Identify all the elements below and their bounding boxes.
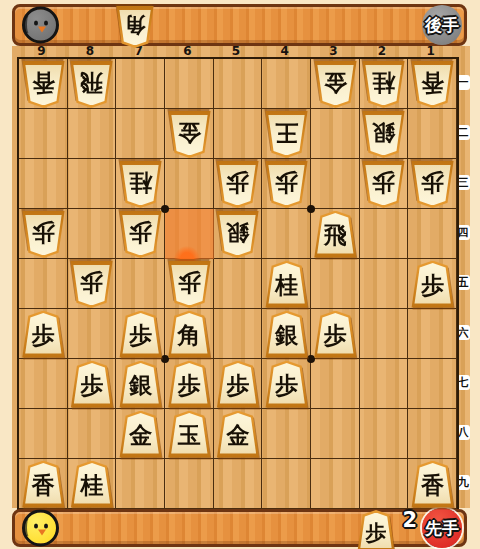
piece-kanji: 桂 (70, 461, 113, 508)
square-3-9[interactable] (311, 459, 360, 509)
sente-avatar-icon (22, 510, 59, 547)
piece-飛-gote[interactable]: 飛 (70, 61, 113, 108)
piece-kanji: 歩 (70, 361, 113, 408)
piece-kanji: 歩 (314, 311, 357, 358)
square-5-6[interactable] (214, 309, 263, 359)
piece-kanji: 歩 (22, 211, 65, 258)
avatar-eye (44, 524, 48, 529)
square-1-9[interactable]: 香 (408, 459, 457, 509)
square-2-5[interactable] (360, 259, 409, 309)
piece-銀-sente[interactable]: 銀 (265, 311, 308, 358)
piece-kanji: 桂 (265, 261, 308, 308)
piece-香-gote[interactable]: 香 (411, 61, 454, 108)
square-2-4[interactable] (360, 209, 409, 259)
piece-飛-sente[interactable]: 飛 (314, 211, 357, 258)
square-7-9[interactable] (116, 459, 165, 509)
square-2-2[interactable]: 銀 (360, 109, 409, 159)
piece-kanji: 歩 (357, 510, 395, 549)
piece-kanji: 銀 (119, 361, 162, 408)
sente-side-badge: 先手 (422, 508, 462, 548)
piece-銀-gote[interactable]: 銀 (216, 211, 259, 258)
piece-歩-sente[interactable]: 歩 (265, 361, 308, 408)
square-2-8[interactable] (360, 409, 409, 459)
square-2-7[interactable] (360, 359, 409, 409)
piece-歩-gote[interactable]: 歩 (70, 261, 113, 308)
square-4-6[interactable]: 銀 (262, 309, 311, 359)
piece-玉-sente[interactable]: 玉 (168, 411, 211, 458)
file-coordinate-labels: 987654321 (17, 45, 455, 57)
square-5-3[interactable]: 歩 (214, 159, 263, 209)
piece-kanji: 歩 (168, 261, 211, 308)
piece-kanji: 歩 (216, 161, 259, 208)
square-1-7[interactable] (408, 359, 457, 409)
sente-player-bar: 歩 2 先手 (12, 509, 467, 547)
square-1-4[interactable] (408, 209, 457, 259)
file-label-8: 8 (66, 45, 115, 57)
piece-角-gote[interactable]: 角 (116, 6, 154, 48)
sente-captured-pieces[interactable]: 歩 (357, 510, 395, 549)
square-7-7[interactable]: 銀 (116, 359, 165, 409)
piece-kanji: 歩 (119, 211, 162, 258)
square-8-1[interactable]: 飛 (68, 59, 117, 109)
square-6-8[interactable]: 玉 (165, 409, 214, 459)
square-1-6[interactable] (408, 309, 457, 359)
square-6-3[interactable] (165, 159, 214, 209)
avatar-eye (34, 524, 38, 529)
square-9-6[interactable]: 歩 (19, 309, 68, 359)
square-7-2[interactable] (116, 109, 165, 159)
piece-歩-sente[interactable]: 歩 (168, 361, 211, 408)
piece-kanji: 歩 (411, 161, 454, 208)
square-8-2[interactable] (68, 109, 117, 159)
square-1-5[interactable]: 歩 (408, 259, 457, 309)
piece-kanji: 歩 (265, 361, 308, 408)
square-5-1[interactable] (214, 59, 263, 109)
piece-歩-gote[interactable]: 歩 (216, 161, 259, 208)
file-label-6: 6 (163, 45, 212, 57)
avatar-eye (34, 21, 38, 26)
square-9-7[interactable] (19, 359, 68, 409)
square-8-5[interactable]: 歩 (68, 259, 117, 309)
piece-歩-sente[interactable]: 歩 (314, 311, 357, 358)
piece-銀-sente[interactable]: 銀 (119, 361, 162, 408)
square-1-3[interactable]: 歩 (408, 159, 457, 209)
square-1-8[interactable] (408, 409, 457, 459)
square-1-1[interactable]: 香 (408, 59, 457, 109)
hoshi-point (161, 205, 169, 213)
sente-pawn-count: 2 (402, 508, 417, 532)
piece-香-gote[interactable]: 香 (22, 61, 65, 108)
piece-kanji: 桂 (362, 61, 405, 108)
piece-桂-gote[interactable]: 桂 (362, 61, 405, 108)
piece-kanji: 香 (411, 61, 454, 108)
piece-歩-sente[interactable]: 歩 (411, 261, 454, 308)
piece-香-sente[interactable]: 香 (22, 461, 65, 508)
piece-kanji: 銀 (216, 211, 259, 258)
gote-avatar-icon (22, 7, 59, 44)
piece-kanji: 香 (411, 461, 454, 508)
piece-kanji: 桂 (119, 161, 162, 208)
piece-kanji: 香 (22, 61, 65, 108)
piece-kanji: 金 (216, 411, 259, 458)
piece-kanji: 王 (265, 111, 308, 158)
square-3-7[interactable] (311, 359, 360, 409)
piece-kanji: 金 (168, 111, 211, 158)
square-6-2[interactable]: 金 (165, 109, 214, 159)
square-7-8[interactable]: 金 (116, 409, 165, 459)
piece-kanji: 玉 (168, 411, 211, 458)
square-7-3[interactable]: 桂 (116, 159, 165, 209)
piece-歩-sente[interactable]: 歩 (216, 361, 259, 408)
piece-歩-sente[interactable]: 歩 (70, 361, 113, 408)
square-4-2[interactable]: 王 (262, 109, 311, 159)
square-3-5[interactable] (311, 259, 360, 309)
piece-kanji: 飛 (70, 61, 113, 108)
avatar-eye (44, 21, 48, 26)
square-9-4[interactable]: 歩 (19, 209, 68, 259)
piece-kanji: 角 (116, 6, 154, 48)
shogi-board-panel: 987654321 一二三四五六七八九 香飛金桂香金王銀桂歩歩歩歩歩歩銀飛歩歩桂… (12, 46, 470, 508)
piece-銀-gote[interactable]: 銀 (362, 111, 405, 158)
square-7-5[interactable] (116, 259, 165, 309)
file-label-3: 3 (309, 45, 358, 57)
square-6-5[interactable]: 歩 (165, 259, 214, 309)
piece-歩-sente[interactable]: 歩 (357, 510, 395, 549)
square-2-1[interactable]: 桂 (360, 59, 409, 109)
square-2-6[interactable] (360, 309, 409, 359)
piece-歩-gote[interactable]: 歩 (22, 211, 65, 258)
avatar-wing (24, 519, 34, 537)
piece-桂-gote[interactable]: 桂 (119, 161, 162, 208)
piece-kanji: 金 (314, 61, 357, 108)
square-5-7[interactable]: 歩 (214, 359, 263, 409)
piece-角-sente[interactable]: 角 (168, 311, 211, 358)
gote-player-bar: 角 後手 (12, 4, 467, 46)
square-6-1[interactable] (165, 59, 214, 109)
piece-kanji: 銀 (362, 111, 405, 158)
piece-歩-gote[interactable]: 歩 (119, 211, 162, 258)
square-7-1[interactable] (116, 59, 165, 109)
square-5-8[interactable]: 金 (214, 409, 263, 459)
square-8-7[interactable]: 歩 (68, 359, 117, 409)
square-2-3[interactable]: 歩 (360, 159, 409, 209)
piece-kanji: 金 (119, 411, 162, 458)
square-8-9[interactable]: 桂 (68, 459, 117, 509)
piece-歩-gote[interactable]: 歩 (265, 161, 308, 208)
square-8-6[interactable] (68, 309, 117, 359)
square-9-8[interactable] (19, 409, 68, 459)
file-label-4: 4 (260, 45, 309, 57)
square-3-8[interactable] (311, 409, 360, 459)
square-2-9[interactable] (360, 459, 409, 509)
square-4-1[interactable] (262, 59, 311, 109)
square-5-2[interactable] (214, 109, 263, 159)
piece-kanji: 歩 (119, 311, 162, 358)
piece-kanji: 香 (22, 461, 65, 508)
square-4-5[interactable]: 桂 (262, 259, 311, 309)
square-4-3[interactable]: 歩 (262, 159, 311, 209)
piece-歩-gote[interactable]: 歩 (362, 161, 405, 208)
file-label-2: 2 (358, 45, 407, 57)
piece-金-sente[interactable]: 金 (119, 411, 162, 458)
piece-kanji: 歩 (411, 261, 454, 308)
piece-kanji: 歩 (168, 361, 211, 408)
square-4-9[interactable] (262, 459, 311, 509)
piece-王-gote[interactable]: 王 (265, 111, 308, 158)
gote-side-badge: 後手 (422, 5, 462, 45)
gote-captured-pieces[interactable]: 角 (116, 6, 154, 48)
avatar-beak-icon (38, 27, 46, 33)
piece-歩-sente[interactable]: 歩 (119, 311, 162, 358)
square-9-5[interactable] (19, 259, 68, 309)
square-9-2[interactable] (19, 109, 68, 159)
square-3-4[interactable]: 飛 (311, 209, 360, 259)
square-6-9[interactable] (165, 459, 214, 509)
square-3-2[interactable] (311, 109, 360, 159)
square-4-7[interactable]: 歩 (262, 359, 311, 409)
square-7-4[interactable]: 歩 (116, 209, 165, 259)
square-4-4[interactable] (262, 209, 311, 259)
piece-kanji: 歩 (22, 311, 65, 358)
file-label-9: 9 (17, 45, 66, 57)
shogi-board-grid: 香飛金桂香金王銀桂歩歩歩歩歩歩銀飛歩歩桂歩歩歩角銀歩歩銀歩歩歩金玉金香桂香 (17, 57, 459, 511)
square-3-6[interactable]: 歩 (311, 309, 360, 359)
piece-歩-sente[interactable]: 歩 (22, 311, 65, 358)
square-9-3[interactable] (19, 159, 68, 209)
piece-kanji: 飛 (314, 211, 357, 258)
piece-kanji: 銀 (265, 311, 308, 358)
piece-歩-gote[interactable]: 歩 (411, 161, 454, 208)
square-5-9[interactable] (214, 459, 263, 509)
piece-桂-sente[interactable]: 桂 (70, 461, 113, 508)
piece-kanji: 歩 (362, 161, 405, 208)
square-8-3[interactable] (68, 159, 117, 209)
square-6-7[interactable]: 歩 (165, 359, 214, 409)
piece-歩-gote[interactable]: 歩 (168, 261, 211, 308)
square-5-5[interactable] (214, 259, 263, 309)
piece-kanji: 角 (168, 311, 211, 358)
piece-kanji: 歩 (265, 161, 308, 208)
piece-kanji: 歩 (70, 261, 113, 308)
square-3-1[interactable]: 金 (311, 59, 360, 109)
avatar-wing (24, 16, 34, 34)
square-9-1[interactable]: 香 (19, 59, 68, 109)
piece-金-sente[interactable]: 金 (216, 411, 259, 458)
square-4-8[interactable] (262, 409, 311, 459)
file-label-5: 5 (212, 45, 261, 57)
piece-金-gote[interactable]: 金 (168, 111, 211, 158)
square-3-3[interactable] (311, 159, 360, 209)
square-9-9[interactable]: 香 (19, 459, 68, 509)
avatar-beak-icon (38, 530, 46, 536)
square-1-2[interactable] (408, 109, 457, 159)
piece-金-gote[interactable]: 金 (314, 61, 357, 108)
piece-kanji: 歩 (216, 361, 259, 408)
square-5-4[interactable]: 銀 (214, 209, 263, 259)
piece-香-sente[interactable]: 香 (411, 461, 454, 508)
piece-桂-sente[interactable]: 桂 (265, 261, 308, 308)
square-6-6[interactable]: 角 (165, 309, 214, 359)
file-label-1: 1 (406, 45, 455, 57)
square-8-4[interactable] (68, 209, 117, 259)
square-7-6[interactable]: 歩 (116, 309, 165, 359)
square-8-8[interactable] (68, 409, 117, 459)
